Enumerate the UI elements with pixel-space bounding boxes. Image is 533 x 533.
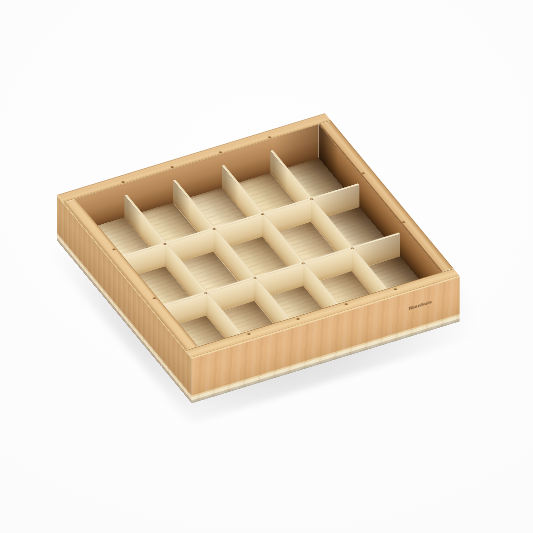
- brass-pin: [247, 332, 251, 334]
- brass-pin: [295, 317, 299, 319]
- page: { "meta": { "type": "studio product phot…: [0, 0, 533, 533]
- brass-pin: [361, 172, 365, 174]
- brass-pin: [402, 221, 406, 223]
- photo-scene: Nienhuis: [0, 0, 533, 533]
- brass-pin: [344, 303, 348, 305]
- brass-pin: [111, 248, 115, 250]
- brass-pin: [152, 297, 156, 299]
- brass-pin: [393, 288, 397, 290]
- brand-stamp: Nienhuis: [409, 294, 450, 311]
